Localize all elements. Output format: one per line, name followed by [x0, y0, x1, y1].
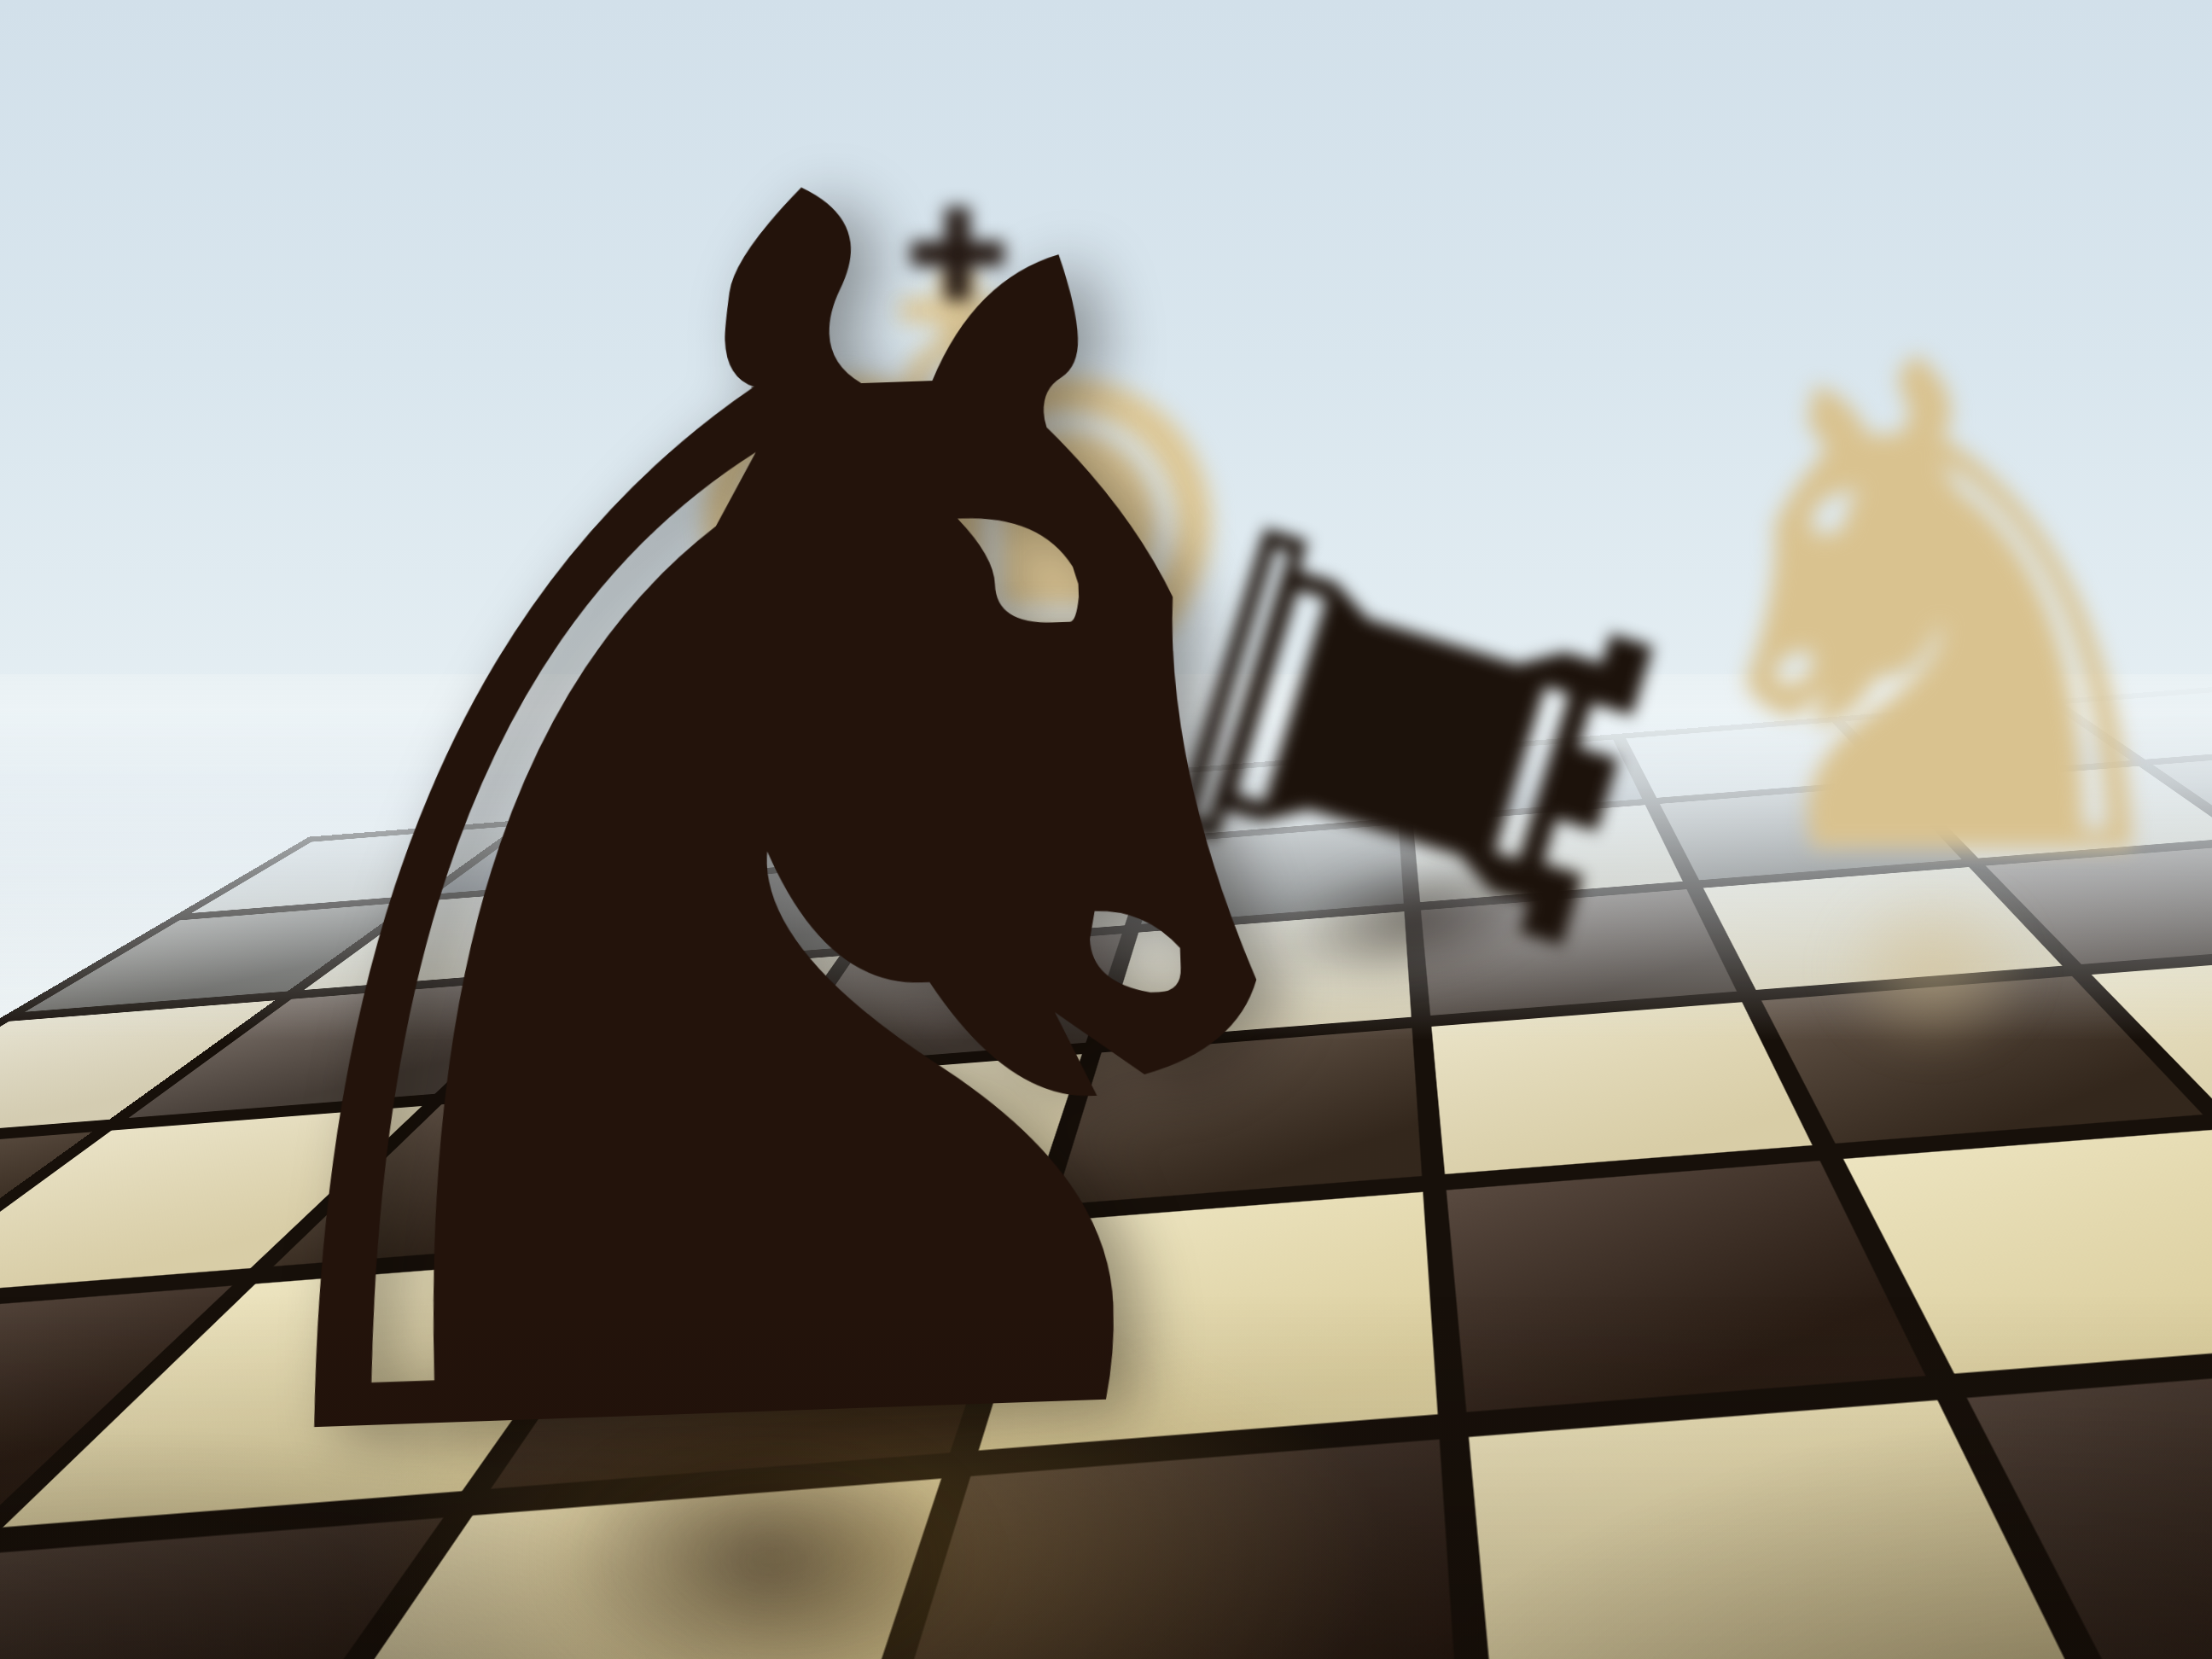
light-square-r3c5 — [1431, 1002, 1812, 1174]
dark-square-r1c6 — [1660, 785, 1962, 880]
light-square-r0c4 — [1168, 757, 1398, 836]
dark-square-r2c3 — [779, 934, 1121, 1067]
dark-square-r5c4 — [853, 1440, 1464, 1659]
dark-square-r5c2 — [0, 1517, 443, 1659]
chess-photo-scene: ♞♚✚♜♞ — [0, 0, 2212, 1659]
light-square-r4c4 — [979, 1192, 1438, 1451]
dark-square-r1c4 — [1141, 824, 1404, 924]
dark-square-r3c4 — [1055, 1028, 1423, 1205]
dark-square-r0c5 — [1407, 740, 1643, 818]
light-square-r1c3 — [862, 844, 1151, 946]
dark-square-r1c2 — [583, 863, 905, 968]
light-square-r0c2 — [680, 791, 956, 875]
light-square-r1c7 — [1906, 766, 2212, 859]
light-square-r2c4 — [1105, 911, 1412, 1041]
light-square-r1c5 — [1413, 805, 1683, 902]
board-plane — [0, 665, 2212, 1659]
board-viewport — [0, 0, 2212, 1659]
light-square-r2c2 — [454, 956, 840, 1092]
light-square-r0c6 — [1626, 722, 1886, 798]
dark-square-r0c3 — [924, 774, 1175, 855]
dark-square-r4c5 — [1447, 1161, 1926, 1412]
dark-square-r2c5 — [1421, 889, 1737, 1016]
